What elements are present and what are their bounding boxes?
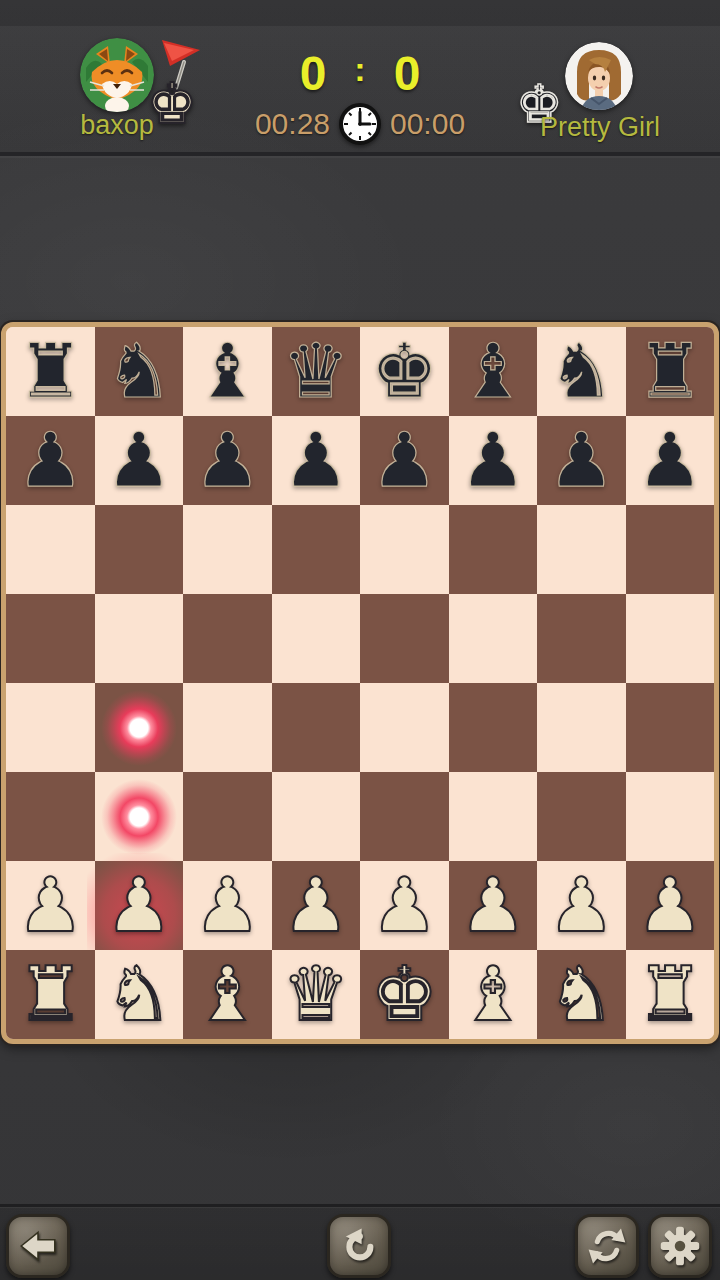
black-rook-h8: ♜: [636, 334, 703, 409]
undo-button[interactable]: [327, 1214, 391, 1278]
square-e3[interactable]: [360, 772, 449, 861]
black-pawn-b7: ♟: [105, 423, 172, 498]
square-f5[interactable]: [449, 594, 538, 683]
square-a2[interactable]: ♟: [6, 861, 95, 950]
black-queen-d8: ♛: [282, 334, 349, 409]
black-bishop-f8: ♝: [459, 334, 526, 409]
white-knight-g1: ♞: [548, 957, 615, 1032]
match-header: baxop ♚ 0 : 0 00:28: [0, 0, 720, 156]
white-pawn-f2: ♟: [459, 868, 526, 943]
chess-board: ♜♞♝♛♚♝♞♜♟♟♟♟♟♟♟♟♟♟♟♟♟♟♟♟♜♞♝♛♚♝♞♜: [6, 327, 714, 1039]
square-h5[interactable]: [626, 594, 715, 683]
white-king-e1: ♚: [371, 957, 438, 1032]
black-bishop-c8: ♝: [194, 334, 261, 409]
square-e7[interactable]: ♟: [360, 416, 449, 505]
square-e5[interactable]: [360, 594, 449, 683]
timers: 00:28 00:00: [160, 102, 560, 146]
square-d7[interactable]: ♟: [272, 416, 361, 505]
black-pawn-g7: ♟: [548, 423, 615, 498]
square-g4[interactable]: [537, 683, 626, 772]
white-rook-h1: ♜: [636, 957, 703, 1032]
black-pawn-e7: ♟: [371, 423, 438, 498]
score-separator: :: [354, 50, 365, 89]
back-button[interactable]: [6, 1214, 70, 1278]
square-d3[interactable]: [272, 772, 361, 861]
square-c4[interactable]: [183, 683, 272, 772]
black-king-e8: ♚: [371, 334, 438, 409]
chess-board-frame: ♜♞♝♛♚♝♞♜♟♟♟♟♟♟♟♟♟♟♟♟♟♟♟♟♜♞♝♛♚♝♞♜: [1, 322, 719, 1044]
square-b8[interactable]: ♞: [95, 327, 184, 416]
game-screen: baxop ♚ 0 : 0 00:28: [0, 0, 720, 1280]
square-f7[interactable]: ♟: [449, 416, 538, 505]
square-g7[interactable]: ♟: [537, 416, 626, 505]
square-f1[interactable]: ♝: [449, 950, 538, 1039]
right-player-timer: 00:00: [390, 107, 465, 141]
square-g1[interactable]: ♞: [537, 950, 626, 1039]
white-rook-a1: ♜: [17, 957, 84, 1032]
rotate-icon: [586, 1225, 628, 1267]
score-left: 0: [300, 46, 327, 101]
square-e2[interactable]: ♟: [360, 861, 449, 950]
black-pawn-d7: ♟: [282, 423, 349, 498]
square-c5[interactable]: [183, 594, 272, 683]
white-pawn-h2: ♟: [636, 868, 703, 943]
square-c2[interactable]: ♟: [183, 861, 272, 950]
white-bishop-f1: ♝: [459, 957, 526, 1032]
square-h2[interactable]: ♟: [626, 861, 715, 950]
square-e1[interactable]: ♚: [360, 950, 449, 1039]
white-bishop-c1: ♝: [194, 957, 261, 1032]
square-g8[interactable]: ♞: [537, 327, 626, 416]
white-pawn-c2: ♟: [194, 868, 261, 943]
black-pawn-a7: ♟: [17, 423, 84, 498]
square-b7[interactable]: ♟: [95, 416, 184, 505]
girl-avatar-icon: [565, 42, 633, 110]
square-d5[interactable]: [272, 594, 361, 683]
square-f8[interactable]: ♝: [449, 327, 538, 416]
square-a8[interactable]: ♜: [6, 327, 95, 416]
move-hint-b4[interactable]: [101, 690, 177, 766]
square-d2[interactable]: ♟: [272, 861, 361, 950]
square-f2[interactable]: ♟: [449, 861, 538, 950]
rotate-board-button[interactable]: [575, 1214, 639, 1278]
clock-icon: [338, 102, 382, 146]
square-b1[interactable]: ♞: [95, 950, 184, 1039]
move-hint-b3[interactable]: [101, 779, 177, 855]
square-b4[interactable]: [95, 683, 184, 772]
black-knight-g8: ♞: [548, 334, 615, 409]
square-e8[interactable]: ♚: [360, 327, 449, 416]
right-player-avatar[interactable]: [565, 42, 633, 110]
square-c3[interactable]: [183, 772, 272, 861]
square-a3[interactable]: [6, 772, 95, 861]
square-f4[interactable]: [449, 683, 538, 772]
square-d8[interactable]: ♛: [272, 327, 361, 416]
score-right: 0: [394, 46, 421, 101]
white-pawn-b2: ♟: [105, 868, 172, 943]
square-d4[interactable]: [272, 683, 361, 772]
white-queen-d1: ♛: [282, 957, 349, 1032]
white-pawn-e2: ♟: [371, 868, 438, 943]
square-g2[interactable]: ♟: [537, 861, 626, 950]
square-b5[interactable]: [95, 594, 184, 683]
square-h6[interactable]: [626, 505, 715, 594]
left-player-avatar[interactable]: [80, 38, 154, 112]
square-c1[interactable]: ♝: [183, 950, 272, 1039]
white-pawn-a2: ♟: [17, 868, 84, 943]
square-c6[interactable]: [183, 505, 272, 594]
square-c7[interactable]: ♟: [183, 416, 272, 505]
left-player-timer: 00:28: [255, 107, 330, 141]
black-knight-b8: ♞: [105, 334, 172, 409]
square-f6[interactable]: [449, 505, 538, 594]
square-b2[interactable]: ♟: [95, 861, 184, 950]
square-d6[interactable]: [272, 505, 361, 594]
square-g6[interactable]: [537, 505, 626, 594]
square-a6[interactable]: [6, 505, 95, 594]
white-knight-b1: ♞: [105, 957, 172, 1032]
square-h3[interactable]: [626, 772, 715, 861]
square-g3[interactable]: [537, 772, 626, 861]
back-arrow-icon: [17, 1225, 59, 1267]
square-c8[interactable]: ♝: [183, 327, 272, 416]
match-score: 0 : 0: [240, 44, 480, 102]
square-h4[interactable]: [626, 683, 715, 772]
right-player-name: Pretty Girl: [510, 112, 690, 143]
square-f3[interactable]: [449, 772, 538, 861]
square-h1[interactable]: ♜: [626, 950, 715, 1039]
square-e4[interactable]: [360, 683, 449, 772]
fox-avatar-icon: [80, 38, 154, 112]
square-g5[interactable]: [537, 594, 626, 683]
square-b6[interactable]: [95, 505, 184, 594]
black-pawn-f7: ♟: [459, 423, 526, 498]
square-b3[interactable]: [95, 772, 184, 861]
square-e6[interactable]: [360, 505, 449, 594]
bottom-toolbar: [0, 1204, 720, 1280]
square-a5[interactable]: [6, 594, 95, 683]
square-a1[interactable]: ♜: [6, 950, 95, 1039]
square-a7[interactable]: ♟: [6, 416, 95, 505]
black-pawn-h7: ♟: [636, 423, 703, 498]
gear-icon: [659, 1225, 701, 1267]
undo-arrow-icon: [338, 1225, 380, 1267]
settings-button[interactable]: [648, 1214, 712, 1278]
square-d1[interactable]: ♛: [272, 950, 361, 1039]
square-h7[interactable]: ♟: [626, 416, 715, 505]
black-pawn-c7: ♟: [194, 423, 261, 498]
black-rook-a8: ♜: [17, 334, 84, 409]
white-pawn-d2: ♟: [282, 868, 349, 943]
white-pawn-g2: ♟: [548, 868, 615, 943]
square-a4[interactable]: [6, 683, 95, 772]
square-h8[interactable]: ♜: [626, 327, 715, 416]
